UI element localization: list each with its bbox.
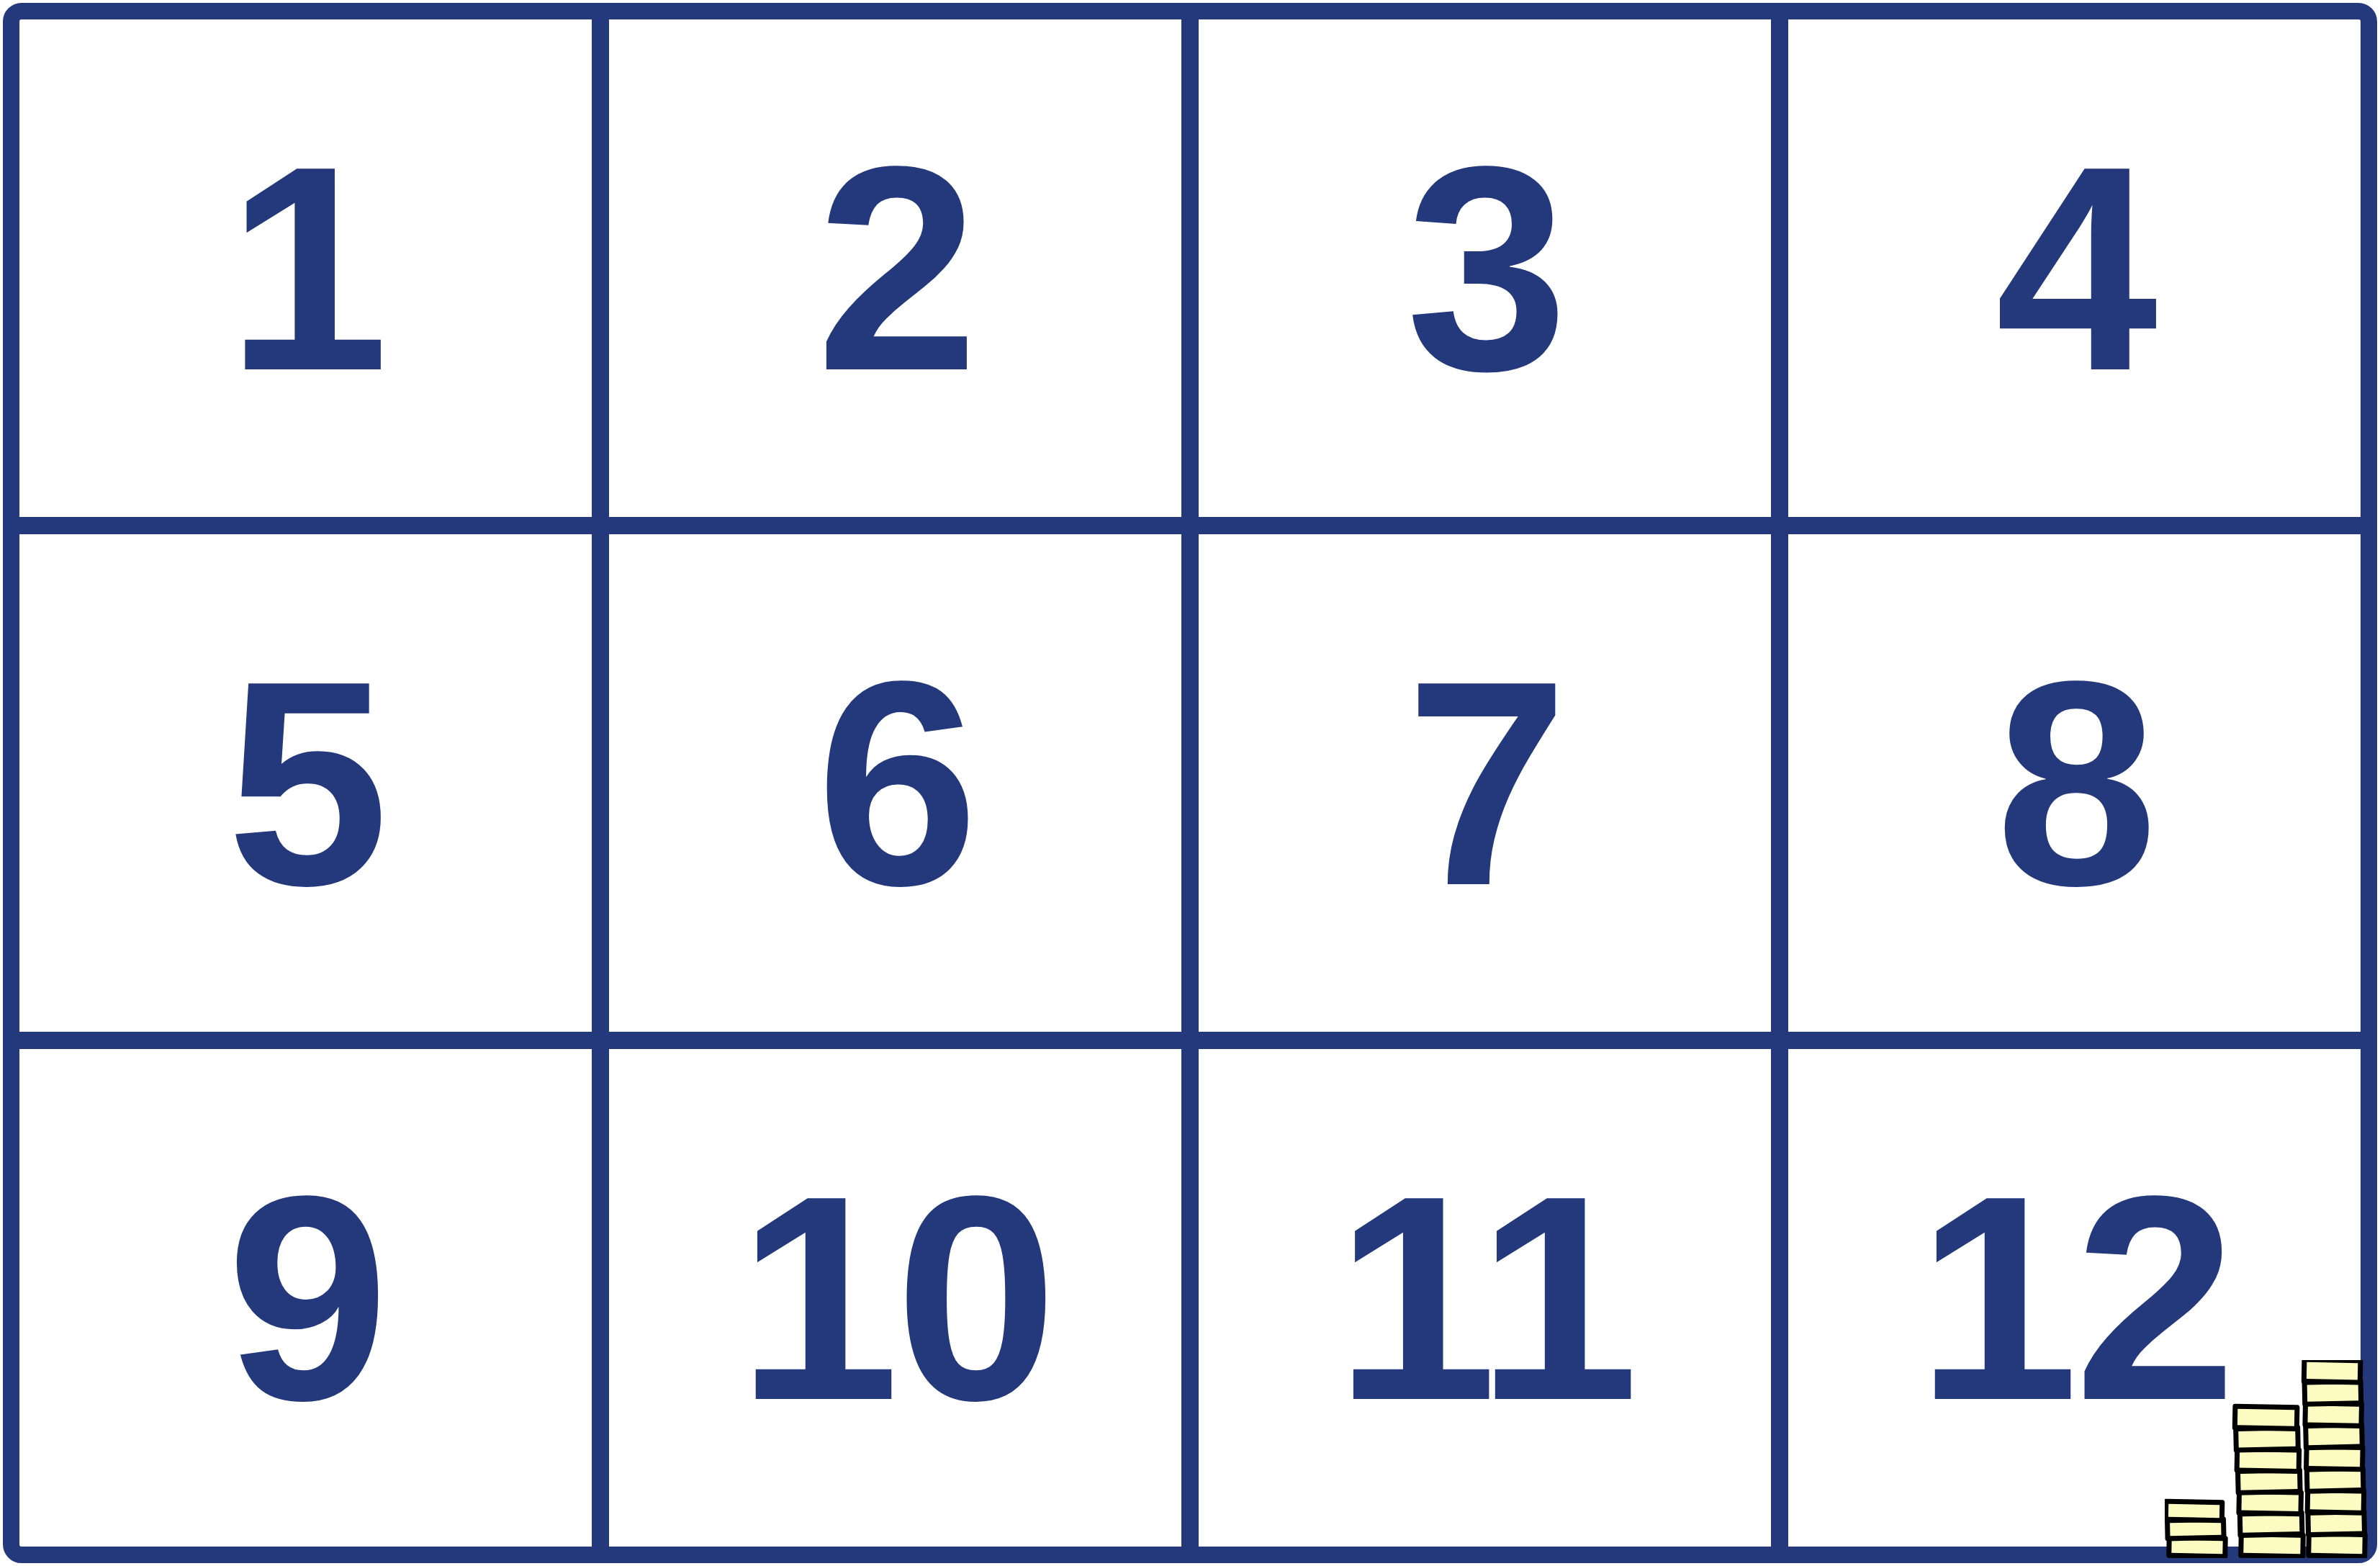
cell-8: 8 xyxy=(1788,534,2361,1032)
cell-7: 7 xyxy=(1199,534,1771,1032)
cell-4-number: 4 xyxy=(1996,163,2153,374)
cell-5-number: 5 xyxy=(227,678,384,888)
cell-11-number: 11 xyxy=(1335,1193,1634,1403)
cell-3-number: 3 xyxy=(1406,163,1564,374)
grid-frame: 1 2 3 4 5 6 7 8 9 10 11 12 xyxy=(3,3,2377,1563)
cell-10-number: 10 xyxy=(737,1193,1052,1403)
cell-7-number: 7 xyxy=(1406,678,1564,888)
cell-11: 11 xyxy=(1199,1049,1771,1547)
cell-3: 3 xyxy=(1199,19,1771,517)
number-grid: 1 2 3 4 5 6 7 8 9 10 11 12 xyxy=(19,19,2361,1547)
cell-9: 9 xyxy=(19,1049,592,1547)
cell-1-number: 1 xyxy=(227,163,384,374)
cell-6: 6 xyxy=(609,534,1181,1032)
cell-4: 4 xyxy=(1788,19,2361,517)
coin-stacks-icon xyxy=(2165,1360,2370,1558)
cell-1: 1 xyxy=(19,19,592,517)
cell-6-number: 6 xyxy=(816,678,974,888)
cell-9-number: 9 xyxy=(227,1193,384,1403)
cell-10: 10 xyxy=(609,1049,1181,1547)
cell-2: 2 xyxy=(609,19,1181,517)
coin xyxy=(2235,1406,2297,1428)
cell-8-number: 8 xyxy=(1996,678,2153,888)
coin xyxy=(2304,1360,2361,1382)
coin xyxy=(2165,1501,2222,1520)
cell-5: 5 xyxy=(19,534,592,1032)
number-chart-board: 1 2 3 4 5 6 7 8 9 10 11 12 xyxy=(0,0,2380,1566)
cell-2-number: 2 xyxy=(816,163,974,374)
